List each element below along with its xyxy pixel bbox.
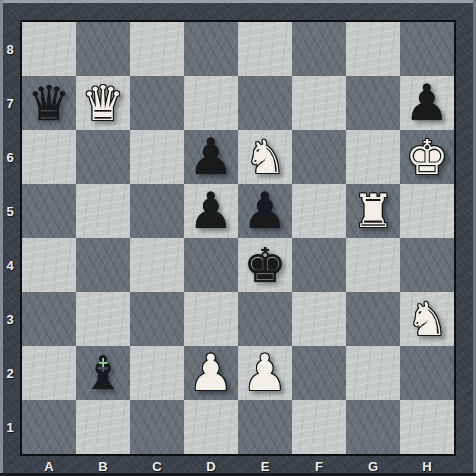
square-a4[interactable] <box>22 238 76 292</box>
square-e2[interactable]: ♟ <box>238 346 292 400</box>
square-h3[interactable]: ♞ <box>400 292 454 346</box>
black-queen-glyph: ♛ <box>27 79 70 127</box>
black-pawn-glyph: ♟ <box>243 186 288 236</box>
white-king-glyph: ♚ <box>405 133 448 181</box>
square-c8[interactable] <box>130 22 184 76</box>
rank-label-4: 4 <box>0 238 20 292</box>
square-f3[interactable] <box>292 292 346 346</box>
square-e5[interactable]: ♟ <box>238 184 292 238</box>
square-c4[interactable] <box>130 238 184 292</box>
white-king-h6[interactable]: ♚ <box>400 130 454 184</box>
white-pawn-glyph: ♟ <box>243 348 288 398</box>
square-h4[interactable] <box>400 238 454 292</box>
white-knight-e6[interactable]: ♞ <box>238 130 292 184</box>
white-pawn-glyph: ♟ <box>189 348 234 398</box>
square-c2[interactable] <box>130 346 184 400</box>
square-f7[interactable] <box>292 76 346 130</box>
rank-label-7: 7 <box>0 76 20 130</box>
square-h6[interactable]: ♚ <box>400 130 454 184</box>
black-king-e4[interactable]: ♚ <box>238 238 292 292</box>
square-b8[interactable] <box>76 22 130 76</box>
square-a7[interactable]: ♛ <box>22 76 76 130</box>
black-pawn-glyph: ♟ <box>189 132 234 182</box>
square-b5[interactable] <box>76 184 130 238</box>
square-f8[interactable] <box>292 22 346 76</box>
square-g8[interactable] <box>346 22 400 76</box>
square-b1[interactable] <box>76 400 130 454</box>
square-e3[interactable] <box>238 292 292 346</box>
square-c1[interactable] <box>130 400 184 454</box>
square-f4[interactable] <box>292 238 346 292</box>
square-e8[interactable] <box>238 22 292 76</box>
square-h8[interactable] <box>400 22 454 76</box>
square-f6[interactable] <box>292 130 346 184</box>
square-g3[interactable] <box>346 292 400 346</box>
square-b7[interactable]: ♛ <box>76 76 130 130</box>
square-b4[interactable] <box>76 238 130 292</box>
rank-label-6: 6 <box>0 130 20 184</box>
square-h5[interactable] <box>400 184 454 238</box>
black-bishop-b2[interactable]: ♝+ <box>76 346 130 400</box>
rank-label-8: 8 <box>0 22 20 76</box>
square-e6[interactable]: ♞ <box>238 130 292 184</box>
square-f5[interactable] <box>292 184 346 238</box>
bishop-cross-accent: + <box>97 355 109 369</box>
square-d8[interactable] <box>184 22 238 76</box>
square-a3[interactable] <box>22 292 76 346</box>
chess-board-screenshot: ♛♛♟♟♞♚♟♟♜♚♞♝+♟♟ 87654321 ABCDEFGH <box>0 0 476 476</box>
square-h7[interactable]: ♟ <box>400 76 454 130</box>
square-b6[interactable] <box>76 130 130 184</box>
black-king-glyph: ♚ <box>243 241 286 289</box>
white-rook-g5[interactable]: ♜ <box>346 184 400 238</box>
black-pawn-e5[interactable]: ♟ <box>238 184 292 238</box>
square-d4[interactable] <box>184 238 238 292</box>
chess-board: ♛♛♟♟♞♚♟♟♜♚♞♝+♟♟ <box>20 20 456 456</box>
white-knight-h3[interactable]: ♞ <box>400 292 454 346</box>
square-d5[interactable]: ♟ <box>184 184 238 238</box>
square-c3[interactable] <box>130 292 184 346</box>
white-pawn-d2[interactable]: ♟ <box>184 346 238 400</box>
white-rook-glyph: ♜ <box>352 188 393 234</box>
square-a1[interactable] <box>22 400 76 454</box>
white-knight-glyph: ♞ <box>406 296 447 342</box>
frame-bevel-top <box>0 0 476 3</box>
square-g4[interactable] <box>346 238 400 292</box>
square-f1[interactable] <box>292 400 346 454</box>
square-h2[interactable] <box>400 346 454 400</box>
square-h1[interactable] <box>400 400 454 454</box>
square-a5[interactable] <box>22 184 76 238</box>
square-g7[interactable] <box>346 76 400 130</box>
square-d1[interactable] <box>184 400 238 454</box>
square-a8[interactable] <box>22 22 76 76</box>
white-queen-glyph: ♛ <box>81 79 124 127</box>
square-d2[interactable]: ♟ <box>184 346 238 400</box>
square-d6[interactable]: ♟ <box>184 130 238 184</box>
square-f2[interactable] <box>292 346 346 400</box>
square-g1[interactable] <box>346 400 400 454</box>
square-b3[interactable] <box>76 292 130 346</box>
square-a6[interactable] <box>22 130 76 184</box>
white-queen-b7[interactable]: ♛ <box>76 76 130 130</box>
black-pawn-d5[interactable]: ♟ <box>184 184 238 238</box>
square-d3[interactable] <box>184 292 238 346</box>
square-d7[interactable] <box>184 76 238 130</box>
rank-label-5: 5 <box>0 184 20 238</box>
square-g5[interactable]: ♜ <box>346 184 400 238</box>
square-e4[interactable]: ♚ <box>238 238 292 292</box>
black-queen-a7[interactable]: ♛ <box>22 76 76 130</box>
black-pawn-d6[interactable]: ♟ <box>184 130 238 184</box>
black-pawn-h7[interactable]: ♟ <box>400 76 454 130</box>
frame-bevel-left <box>0 0 3 476</box>
rank-label-1: 1 <box>0 400 20 454</box>
white-pawn-e2[interactable]: ♟ <box>238 346 292 400</box>
rank-label-2: 2 <box>0 346 20 400</box>
white-knight-glyph: ♞ <box>244 134 285 180</box>
square-c5[interactable] <box>130 184 184 238</box>
square-c7[interactable] <box>130 76 184 130</box>
square-g6[interactable] <box>346 130 400 184</box>
square-e1[interactable] <box>238 400 292 454</box>
square-a2[interactable] <box>22 346 76 400</box>
square-c6[interactable] <box>130 130 184 184</box>
square-g2[interactable] <box>346 346 400 400</box>
rank-label-3: 3 <box>0 292 20 346</box>
square-e7[interactable] <box>238 76 292 130</box>
square-b2[interactable]: ♝+ <box>76 346 130 400</box>
black-pawn-glyph: ♟ <box>189 186 234 236</box>
black-pawn-glyph: ♟ <box>405 78 450 128</box>
